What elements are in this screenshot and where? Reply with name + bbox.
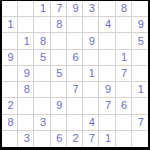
cell-r9c3[interactable]: [34, 131, 50, 147]
cell-r7c2[interactable]: [18, 98, 34, 114]
cell-r8c4[interactable]: [51, 115, 67, 131]
cell-r7c8[interactable]: 6: [116, 98, 132, 114]
cell-r2c8[interactable]: [116, 17, 132, 33]
cell-r2c7[interactable]: 4: [99, 17, 115, 33]
cell-r6c5[interactable]: 7: [67, 82, 83, 98]
cell-r5c4[interactable]: 5: [51, 66, 67, 82]
cell-r3c6[interactable]: 9: [83, 33, 99, 49]
cell-r1c8[interactable]: 8: [116, 1, 132, 17]
cell-r2c3[interactable]: [34, 17, 50, 33]
cell-r8c5[interactable]: [67, 115, 83, 131]
cell-r3c3[interactable]: 8: [34, 33, 50, 49]
cell-r5c8[interactable]: 7: [116, 66, 132, 82]
cell-r7c9[interactable]: [132, 98, 148, 114]
cell-r7c6[interactable]: [83, 98, 99, 114]
cell-r2c4[interactable]: 8: [51, 17, 67, 33]
cell-r9c9[interactable]: [132, 131, 148, 147]
sudoku-grid: 17938184918959561951787912976834736271: [2, 1, 148, 147]
cell-r8c3[interactable]: 3: [34, 115, 50, 131]
cell-r6c6[interactable]: [83, 82, 99, 98]
cell-r1c9[interactable]: [132, 1, 148, 17]
cell-r8c1[interactable]: 8: [2, 115, 18, 131]
cell-r9c4[interactable]: 6: [51, 131, 67, 147]
cell-r4c5[interactable]: 6: [67, 50, 83, 66]
cell-r9c7[interactable]: 1: [99, 131, 115, 147]
cell-r9c8[interactable]: [116, 131, 132, 147]
cell-r6c7[interactable]: 9: [99, 82, 115, 98]
cell-r8c2[interactable]: [18, 115, 34, 131]
cell-r4c9[interactable]: [132, 50, 148, 66]
cell-r5c1[interactable]: [2, 66, 18, 82]
cell-r4c3[interactable]: 5: [34, 50, 50, 66]
cell-r5c2[interactable]: 9: [18, 66, 34, 82]
cell-r8c7[interactable]: [99, 115, 115, 131]
cell-r1c7[interactable]: [99, 1, 115, 17]
cell-r9c5[interactable]: 2: [67, 131, 83, 147]
cell-r6c4[interactable]: [51, 82, 67, 98]
cell-r5c7[interactable]: [99, 66, 115, 82]
cell-r3c7[interactable]: [99, 33, 115, 49]
cell-r1c4[interactable]: 7: [51, 1, 67, 17]
cell-r3c8[interactable]: [116, 33, 132, 49]
cell-r3c1[interactable]: [2, 33, 18, 49]
cell-r4c7[interactable]: [99, 50, 115, 66]
cell-r8c8[interactable]: [116, 115, 132, 131]
cell-r2c2[interactable]: [18, 17, 34, 33]
cell-r6c9[interactable]: 1: [132, 82, 148, 98]
cell-r2c9[interactable]: 9: [132, 17, 148, 33]
cell-r3c5[interactable]: [67, 33, 83, 49]
cell-r7c3[interactable]: [34, 98, 50, 114]
cell-r8c6[interactable]: 4: [83, 115, 99, 131]
cell-r4c8[interactable]: 1: [116, 50, 132, 66]
cell-r8c9[interactable]: 7: [132, 115, 148, 131]
cell-r2c5[interactable]: [67, 17, 83, 33]
cell-r4c1[interactable]: 9: [2, 50, 18, 66]
cell-r4c2[interactable]: [18, 50, 34, 66]
cell-r1c6[interactable]: 3: [83, 1, 99, 17]
cell-r2c6[interactable]: [83, 17, 99, 33]
cell-r7c5[interactable]: [67, 98, 83, 114]
cell-r6c2[interactable]: 8: [18, 82, 34, 98]
cell-r1c1[interactable]: [2, 1, 18, 17]
cell-r3c2[interactable]: 1: [18, 33, 34, 49]
cell-r1c2[interactable]: [18, 1, 34, 17]
cell-r6c3[interactable]: [34, 82, 50, 98]
cell-r9c2[interactable]: 3: [18, 131, 34, 147]
cell-r5c9[interactable]: [132, 66, 148, 82]
cell-r5c6[interactable]: 1: [83, 66, 99, 82]
cell-r6c1[interactable]: [2, 82, 18, 98]
cell-r7c4[interactable]: 9: [51, 98, 67, 114]
cell-r5c5[interactable]: [67, 66, 83, 82]
sudoku-board: 17938184918959561951787912976834736271: [0, 0, 150, 150]
cell-r9c6[interactable]: 7: [83, 131, 99, 147]
cell-r7c1[interactable]: 2: [2, 98, 18, 114]
cell-r4c6[interactable]: [83, 50, 99, 66]
cell-r3c4[interactable]: [51, 33, 67, 49]
cell-r3c9[interactable]: 5: [132, 33, 148, 49]
cell-r1c5[interactable]: 9: [67, 1, 83, 17]
cell-r9c1[interactable]: [2, 131, 18, 147]
cell-r6c8[interactable]: [116, 82, 132, 98]
cell-r4c4[interactable]: [51, 50, 67, 66]
cell-r2c1[interactable]: 1: [2, 17, 18, 33]
cell-r5c3[interactable]: [34, 66, 50, 82]
cell-r7c7[interactable]: 7: [99, 98, 115, 114]
cell-r1c3[interactable]: 1: [34, 1, 50, 17]
